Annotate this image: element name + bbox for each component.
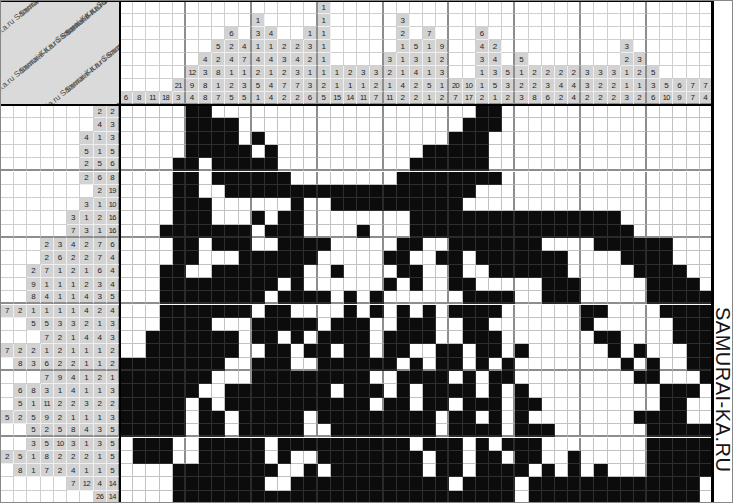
grid-cell[interactable] bbox=[146, 118, 159, 131]
grid-cell[interactable] bbox=[370, 265, 383, 278]
grid-cell[interactable] bbox=[568, 132, 581, 145]
grid-cell[interactable] bbox=[291, 291, 304, 304]
grid-cell[interactable] bbox=[542, 211, 555, 224]
grid-cell[interactable] bbox=[318, 238, 331, 251]
grid-cell[interactable] bbox=[594, 172, 607, 185]
grid-cell[interactable] bbox=[291, 185, 304, 198]
grid-cell[interactable] bbox=[304, 145, 317, 158]
grid-cell[interactable] bbox=[199, 384, 212, 397]
grid-cell[interactable] bbox=[304, 411, 317, 424]
grid-cell[interactable] bbox=[146, 318, 159, 331]
grid-cell[interactable] bbox=[423, 172, 436, 185]
grid-cell[interactable] bbox=[463, 438, 476, 451]
grid-cell[interactable] bbox=[239, 265, 252, 278]
grid-cell[interactable] bbox=[225, 118, 238, 131]
grid-cell[interactable] bbox=[568, 118, 581, 131]
grid-cell[interactable] bbox=[476, 198, 489, 211]
grid-cell[interactable] bbox=[212, 158, 225, 171]
grid-cell[interactable] bbox=[291, 265, 304, 278]
grid-cell[interactable] bbox=[489, 424, 502, 437]
grid-cell[interactable] bbox=[515, 398, 528, 411]
grid-cell[interactable] bbox=[278, 411, 291, 424]
grid-cell[interactable] bbox=[278, 198, 291, 211]
grid-cell[interactable] bbox=[529, 464, 542, 477]
grid-cell[interactable] bbox=[634, 105, 647, 118]
grid-cell[interactable] bbox=[673, 132, 686, 145]
grid-cell[interactable] bbox=[568, 198, 581, 211]
grid-cell[interactable] bbox=[621, 477, 634, 490]
grid-cell[interactable] bbox=[225, 331, 238, 344]
grid-cell[interactable] bbox=[568, 451, 581, 464]
grid-cell[interactable] bbox=[318, 105, 331, 118]
grid-cell[interactable] bbox=[463, 371, 476, 384]
grid-cell[interactable] bbox=[370, 291, 383, 304]
grid-cell[interactable] bbox=[660, 251, 673, 264]
grid-cell[interactable] bbox=[278, 265, 291, 278]
grid-cell[interactable] bbox=[568, 358, 581, 371]
grid-cell[interactable] bbox=[581, 251, 594, 264]
grid-cell[interactable] bbox=[476, 185, 489, 198]
grid-cell[interactable] bbox=[344, 158, 357, 171]
grid-cell[interactable] bbox=[647, 371, 660, 384]
grid-cell[interactable] bbox=[146, 265, 159, 278]
grid-cell[interactable] bbox=[449, 198, 462, 211]
grid-cell[interactable] bbox=[344, 424, 357, 437]
grid-cell[interactable] bbox=[594, 318, 607, 331]
grid-cell[interactable] bbox=[568, 265, 581, 278]
grid-cell[interactable] bbox=[529, 198, 542, 211]
grid-cell[interactable] bbox=[436, 198, 449, 211]
grid-cell[interactable] bbox=[344, 464, 357, 477]
grid-cell[interactable] bbox=[423, 331, 436, 344]
grid-cell[interactable] bbox=[384, 477, 397, 490]
grid-cell[interactable] bbox=[173, 384, 186, 397]
grid-cell[interactable] bbox=[384, 238, 397, 251]
grid-cell[interactable] bbox=[120, 451, 133, 464]
grid-cell[interactable] bbox=[529, 477, 542, 490]
grid-cell[interactable] bbox=[608, 318, 621, 331]
grid-cell[interactable] bbox=[318, 371, 331, 384]
grid-cell[interactable] bbox=[384, 198, 397, 211]
grid-cell[interactable] bbox=[370, 172, 383, 185]
grid-cell[interactable] bbox=[199, 265, 212, 278]
grid-cell[interactable] bbox=[344, 265, 357, 278]
grid-cell[interactable] bbox=[502, 424, 515, 437]
grid-cell[interactable] bbox=[581, 265, 594, 278]
grid-cell[interactable] bbox=[449, 344, 462, 357]
grid-cell[interactable] bbox=[225, 238, 238, 251]
grid-cell[interactable] bbox=[160, 145, 173, 158]
grid-cell[interactable] bbox=[647, 318, 660, 331]
grid-cell[interactable] bbox=[225, 371, 238, 384]
grid-cell[interactable] bbox=[608, 358, 621, 371]
grid-cell[interactable] bbox=[502, 265, 515, 278]
grid-cell[interactable] bbox=[529, 185, 542, 198]
grid-cell[interactable] bbox=[542, 198, 555, 211]
grid-cell[interactable] bbox=[199, 105, 212, 118]
grid-cell[interactable] bbox=[212, 305, 225, 318]
grid-cell[interactable] bbox=[239, 251, 252, 264]
grid-cell[interactable] bbox=[673, 198, 686, 211]
grid-cell[interactable] bbox=[265, 225, 278, 238]
grid-cell[interactable] bbox=[173, 118, 186, 131]
grid-cell[interactable] bbox=[594, 424, 607, 437]
grid-cell[interactable] bbox=[594, 211, 607, 224]
grid-cell[interactable] bbox=[357, 118, 370, 131]
grid-cell[interactable] bbox=[489, 438, 502, 451]
grid-cell[interactable] bbox=[133, 225, 146, 238]
grid-cell[interactable] bbox=[370, 344, 383, 357]
grid-cell[interactable] bbox=[344, 291, 357, 304]
grid-cell[interactable] bbox=[331, 105, 344, 118]
grid-cell[interactable] bbox=[304, 384, 317, 397]
grid-cell[interactable] bbox=[331, 358, 344, 371]
grid-cell[interactable] bbox=[687, 358, 700, 371]
grid-cell[interactable] bbox=[252, 265, 265, 278]
grid-cell[interactable] bbox=[581, 211, 594, 224]
grid-cell[interactable] bbox=[687, 278, 700, 291]
grid-cell[interactable] bbox=[384, 438, 397, 451]
grid-cell[interactable] bbox=[225, 411, 238, 424]
grid-cell[interactable] bbox=[278, 211, 291, 224]
grid-cell[interactable] bbox=[476, 344, 489, 357]
grid-cell[interactable] bbox=[594, 198, 607, 211]
grid-cell[interactable] bbox=[568, 371, 581, 384]
grid-cell[interactable] bbox=[581, 172, 594, 185]
grid-cell[interactable] bbox=[647, 105, 660, 118]
grid-cell[interactable] bbox=[199, 371, 212, 384]
grid-cell[interactable] bbox=[608, 225, 621, 238]
grid-cell[interactable] bbox=[634, 145, 647, 158]
grid-cell[interactable] bbox=[515, 105, 528, 118]
grid-cell[interactable] bbox=[463, 132, 476, 145]
grid-cell[interactable] bbox=[186, 318, 199, 331]
grid-cell[interactable] bbox=[384, 305, 397, 318]
grid-cell[interactable] bbox=[568, 464, 581, 477]
grid-cell[interactable] bbox=[660, 438, 673, 451]
grid-cell[interactable] bbox=[331, 211, 344, 224]
grid-cell[interactable] bbox=[344, 251, 357, 264]
grid-cell[interactable] bbox=[621, 451, 634, 464]
grid-cell[interactable] bbox=[687, 225, 700, 238]
grid-cell[interactable] bbox=[476, 318, 489, 331]
grid-cell[interactable] bbox=[608, 118, 621, 131]
grid-cell[interactable] bbox=[212, 132, 225, 145]
grid-cell[interactable] bbox=[225, 225, 238, 238]
grid-cell[interactable] bbox=[463, 384, 476, 397]
grid-cell[interactable] bbox=[673, 398, 686, 411]
grid-cell[interactable] bbox=[133, 251, 146, 264]
grid-cell[interactable] bbox=[160, 331, 173, 344]
grid-cell[interactable] bbox=[265, 477, 278, 490]
grid-cell[interactable] bbox=[225, 251, 238, 264]
grid-cell[interactable] bbox=[133, 451, 146, 464]
grid-cell[interactable] bbox=[436, 291, 449, 304]
grid-cell[interactable] bbox=[436, 464, 449, 477]
grid-cell[interactable] bbox=[173, 211, 186, 224]
grid-cell[interactable] bbox=[529, 424, 542, 437]
grid-cell[interactable] bbox=[344, 477, 357, 490]
grid-cell[interactable] bbox=[239, 305, 252, 318]
grid-cell[interactable] bbox=[634, 398, 647, 411]
grid-cell[interactable] bbox=[489, 411, 502, 424]
grid-cell[interactable] bbox=[542, 331, 555, 344]
grid-cell[interactable] bbox=[252, 371, 265, 384]
grid-cell[interactable] bbox=[384, 384, 397, 397]
grid-cell[interactable] bbox=[673, 305, 686, 318]
grid-cell[interactable] bbox=[489, 451, 502, 464]
grid-cell[interactable] bbox=[463, 198, 476, 211]
grid-cell[interactable] bbox=[529, 278, 542, 291]
grid-cell[interactable] bbox=[608, 265, 621, 278]
grid-cell[interactable] bbox=[515, 305, 528, 318]
grid-cell[interactable] bbox=[304, 185, 317, 198]
grid-cell[interactable] bbox=[660, 331, 673, 344]
grid-cell[interactable] bbox=[146, 344, 159, 357]
grid-cell[interactable] bbox=[239, 344, 252, 357]
grid-cell[interactable] bbox=[608, 477, 621, 490]
grid-cell[interactable] bbox=[608, 198, 621, 211]
grid-cell[interactable] bbox=[344, 305, 357, 318]
grid-cell[interactable] bbox=[621, 318, 634, 331]
grid-cell[interactable] bbox=[357, 464, 370, 477]
grid-cell[interactable] bbox=[357, 198, 370, 211]
grid-cell[interactable] bbox=[436, 185, 449, 198]
grid-cell[interactable] bbox=[186, 398, 199, 411]
grid-cell[interactable] bbox=[186, 411, 199, 424]
grid-cell[interactable] bbox=[529, 145, 542, 158]
grid-cell[interactable] bbox=[212, 318, 225, 331]
grid-cell[interactable] bbox=[555, 185, 568, 198]
grid-cell[interactable] bbox=[608, 371, 621, 384]
grid-cell[interactable] bbox=[529, 371, 542, 384]
grid-cell[interactable] bbox=[146, 411, 159, 424]
grid-cell[interactable] bbox=[146, 198, 159, 211]
grid-cell[interactable] bbox=[476, 411, 489, 424]
grid-cell[interactable] bbox=[423, 318, 436, 331]
grid-cell[interactable] bbox=[594, 344, 607, 357]
grid-cell[interactable] bbox=[423, 238, 436, 251]
grid-cell[interactable] bbox=[502, 225, 515, 238]
grid-cell[interactable] bbox=[489, 158, 502, 171]
grid-cell[interactable] bbox=[265, 411, 278, 424]
grid-cell[interactable] bbox=[304, 344, 317, 357]
grid-cell[interactable] bbox=[133, 305, 146, 318]
grid-cell[interactable] bbox=[423, 118, 436, 131]
grid-cell[interactable] bbox=[660, 424, 673, 437]
grid-cell[interactable] bbox=[542, 438, 555, 451]
grid-cell[interactable] bbox=[278, 185, 291, 198]
grid-cell[interactable] bbox=[449, 225, 462, 238]
grid-cell[interactable] bbox=[397, 145, 410, 158]
grid-cell[interactable] bbox=[186, 172, 199, 185]
grid-cell[interactable] bbox=[239, 464, 252, 477]
grid-cell[interactable] bbox=[133, 424, 146, 437]
grid-cell[interactable] bbox=[515, 344, 528, 357]
grid-cell[interactable] bbox=[291, 384, 304, 397]
grid-cell[interactable] bbox=[199, 238, 212, 251]
grid-cell[interactable] bbox=[146, 238, 159, 251]
grid-cell[interactable] bbox=[304, 105, 317, 118]
grid-cell[interactable] bbox=[449, 172, 462, 185]
grid-cell[interactable] bbox=[515, 158, 528, 171]
grid-cell[interactable] bbox=[173, 132, 186, 145]
grid-cell[interactable] bbox=[647, 464, 660, 477]
grid-cell[interactable] bbox=[212, 278, 225, 291]
grid-cell[interactable] bbox=[212, 225, 225, 238]
grid-cell[interactable] bbox=[463, 251, 476, 264]
grid-cell[interactable] bbox=[621, 198, 634, 211]
grid-cell[interactable] bbox=[186, 238, 199, 251]
grid-cell[interactable] bbox=[647, 172, 660, 185]
grid-cell[interactable] bbox=[463, 105, 476, 118]
grid-cell[interactable] bbox=[647, 291, 660, 304]
grid-cell[interactable] bbox=[476, 278, 489, 291]
grid-cell[interactable] bbox=[357, 318, 370, 331]
grid-cell[interactable] bbox=[515, 318, 528, 331]
grid-cell[interactable] bbox=[370, 477, 383, 490]
grid-cell[interactable] bbox=[529, 251, 542, 264]
grid-cell[interactable] bbox=[318, 145, 331, 158]
grid-cell[interactable] bbox=[410, 344, 423, 357]
grid-cell[interactable] bbox=[397, 158, 410, 171]
grid-cell[interactable] bbox=[673, 477, 686, 490]
grid-cell[interactable] bbox=[212, 438, 225, 451]
grid-cell[interactable] bbox=[449, 438, 462, 451]
grid-cell[interactable] bbox=[555, 331, 568, 344]
grid-cell[interactable] bbox=[687, 251, 700, 264]
grid-cell[interactable] bbox=[146, 464, 159, 477]
grid-cell[interactable] bbox=[555, 251, 568, 264]
grid-cell[interactable] bbox=[621, 464, 634, 477]
grid-cell[interactable] bbox=[120, 198, 133, 211]
grid-cell[interactable] bbox=[304, 358, 317, 371]
grid-cell[interactable] bbox=[252, 384, 265, 397]
grid-cell[interactable] bbox=[476, 291, 489, 304]
grid-cell[interactable] bbox=[357, 238, 370, 251]
grid-cell[interactable] bbox=[239, 211, 252, 224]
grid-cell[interactable] bbox=[687, 238, 700, 251]
grid-cell[interactable] bbox=[160, 438, 173, 451]
grid-cell[interactable] bbox=[173, 358, 186, 371]
grid-cell[interactable] bbox=[357, 158, 370, 171]
grid-cell[interactable] bbox=[304, 198, 317, 211]
grid-cell[interactable] bbox=[515, 411, 528, 424]
grid-cell[interactable] bbox=[489, 211, 502, 224]
grid-cell[interactable] bbox=[212, 211, 225, 224]
grid-cell[interactable] bbox=[370, 305, 383, 318]
grid-cell[interactable] bbox=[489, 318, 502, 331]
grid-cell[interactable] bbox=[410, 464, 423, 477]
grid-cell[interactable] bbox=[436, 424, 449, 437]
grid-cell[interactable] bbox=[199, 185, 212, 198]
grid-cell[interactable] bbox=[278, 238, 291, 251]
grid-cell[interactable] bbox=[621, 278, 634, 291]
grid-cell[interactable] bbox=[463, 211, 476, 224]
grid-cell[interactable] bbox=[344, 318, 357, 331]
grid-cell[interactable] bbox=[199, 477, 212, 490]
grid-cell[interactable] bbox=[397, 424, 410, 437]
grid-cell[interactable] bbox=[160, 358, 173, 371]
grid-cell[interactable] bbox=[594, 105, 607, 118]
grid-cell[interactable] bbox=[397, 344, 410, 357]
grid-cell[interactable] bbox=[542, 225, 555, 238]
grid-cell[interactable] bbox=[436, 118, 449, 131]
grid-cell[interactable] bbox=[146, 424, 159, 437]
grid-cell[interactable] bbox=[278, 358, 291, 371]
grid-cell[interactable] bbox=[476, 331, 489, 344]
grid-cell[interactable] bbox=[397, 411, 410, 424]
grid-cell[interactable] bbox=[673, 424, 686, 437]
grid-cell[interactable] bbox=[133, 185, 146, 198]
grid-cell[interactable] bbox=[331, 278, 344, 291]
grid-cell[interactable] bbox=[555, 172, 568, 185]
grid-cell[interactable] bbox=[225, 438, 238, 451]
grid-cell[interactable] bbox=[476, 358, 489, 371]
grid-cell[interactable] bbox=[581, 344, 594, 357]
grid-cell[interactable] bbox=[133, 198, 146, 211]
grid-cell[interactable] bbox=[423, 371, 436, 384]
grid-cell[interactable] bbox=[555, 158, 568, 171]
grid-cell[interactable] bbox=[608, 438, 621, 451]
grid-cell[interactable] bbox=[463, 424, 476, 437]
grid-cell[interactable] bbox=[239, 424, 252, 437]
grid-cell[interactable] bbox=[252, 118, 265, 131]
grid-cell[interactable] bbox=[410, 398, 423, 411]
grid-cell[interactable] bbox=[449, 464, 462, 477]
grid-cell[interactable] bbox=[660, 265, 673, 278]
grid-cell[interactable] bbox=[594, 158, 607, 171]
grid-cell[interactable] bbox=[634, 344, 647, 357]
grid-cell[interactable] bbox=[160, 278, 173, 291]
grid-cell[interactable] bbox=[673, 384, 686, 397]
grid-cell[interactable] bbox=[384, 211, 397, 224]
grid-cell[interactable] bbox=[476, 424, 489, 437]
grid-cell[interactable] bbox=[449, 291, 462, 304]
grid-cell[interactable] bbox=[502, 477, 515, 490]
grid-cell[interactable] bbox=[476, 371, 489, 384]
grid-cell[interactable] bbox=[634, 158, 647, 171]
grid-cell[interactable] bbox=[331, 305, 344, 318]
grid-cell[interactable] bbox=[384, 398, 397, 411]
grid-cell[interactable] bbox=[225, 305, 238, 318]
grid-cell[interactable] bbox=[344, 238, 357, 251]
grid-cell[interactable] bbox=[384, 132, 397, 145]
grid-cell[interactable] bbox=[225, 477, 238, 490]
grid-cell[interactable] bbox=[489, 398, 502, 411]
grid-cell[interactable] bbox=[568, 225, 581, 238]
grid-cell[interactable] bbox=[160, 318, 173, 331]
grid-cell[interactable] bbox=[647, 118, 660, 131]
grid-cell[interactable] bbox=[660, 291, 673, 304]
grid-cell[interactable] bbox=[370, 158, 383, 171]
grid-cell[interactable] bbox=[634, 278, 647, 291]
grid-cell[interactable] bbox=[621, 424, 634, 437]
grid-cell[interactable] bbox=[634, 238, 647, 251]
grid-cell[interactable] bbox=[410, 251, 423, 264]
grid-cell[interactable] bbox=[212, 172, 225, 185]
grid-cell[interactable] bbox=[252, 278, 265, 291]
grid-cell[interactable] bbox=[146, 384, 159, 397]
grid-cell[interactable] bbox=[160, 291, 173, 304]
grid-cell[interactable] bbox=[594, 305, 607, 318]
grid-cell[interactable] bbox=[304, 158, 317, 171]
grid-cell[interactable] bbox=[608, 158, 621, 171]
grid-cell[interactable] bbox=[410, 358, 423, 371]
grid-cell[interactable] bbox=[449, 105, 462, 118]
grid-cell[interactable] bbox=[502, 278, 515, 291]
grid-cell[interactable] bbox=[318, 132, 331, 145]
